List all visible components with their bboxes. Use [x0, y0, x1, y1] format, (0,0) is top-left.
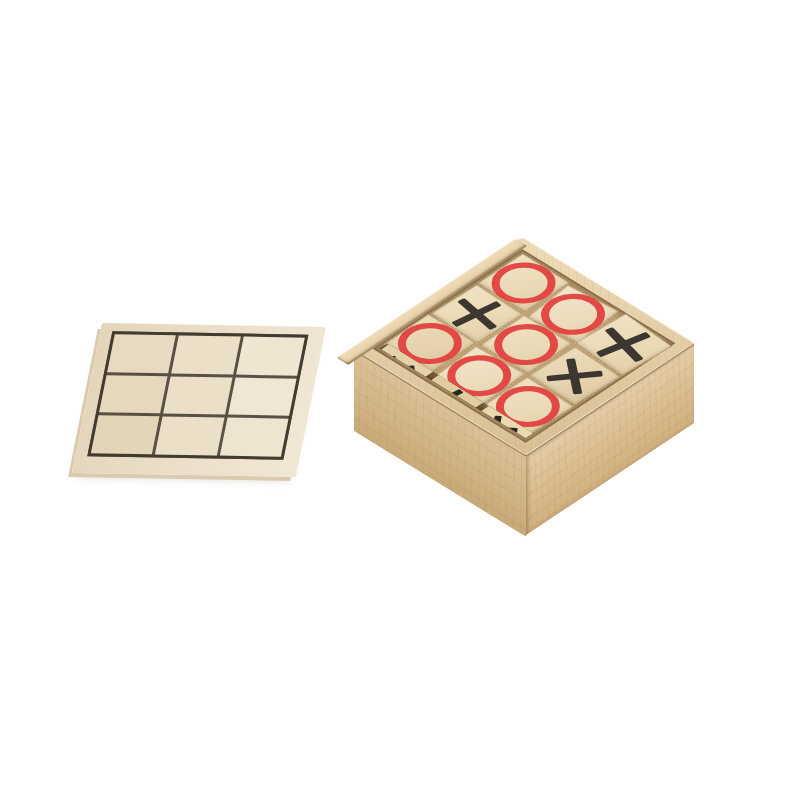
tile-cell-0-2 [236, 337, 305, 376]
tile-cell-0-1 [172, 335, 241, 374]
tile-cell-2-0 [91, 416, 160, 455]
tile-cell-2-2 [220, 418, 289, 457]
tile-cell-0-0 [107, 334, 176, 373]
tictactoe-board-tile [72, 323, 326, 477]
tile-cell-1-1 [163, 376, 232, 415]
tile-cell-1-2 [228, 377, 297, 416]
product-photo-scene [0, 0, 800, 800]
x-mark [545, 357, 603, 395]
tile-cell-1-0 [99, 375, 168, 414]
board-grid [87, 331, 308, 460]
tile-cell-2-1 [155, 417, 224, 456]
